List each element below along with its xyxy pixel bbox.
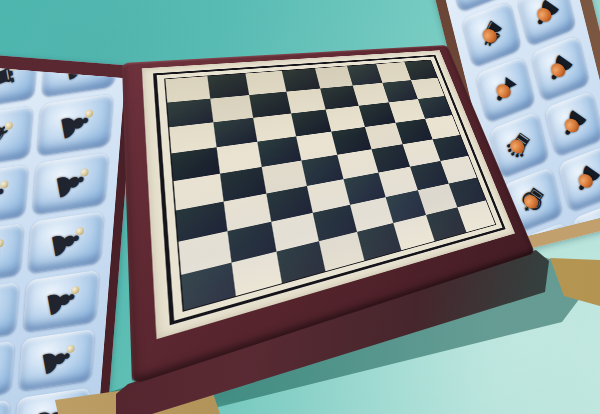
piece-pocket: ♝ (0, 164, 29, 227)
piece-pocket: ♜ (0, 52, 38, 109)
piece-pocket: ♝ (0, 341, 15, 404)
left-drawer-pockets: ♜♟♞♟♝♟♛♟♚♟♝♟♞♟♜♟ (0, 52, 129, 414)
piece-pocket: ♟ (530, 35, 591, 102)
stored-chess-piece: ♟ (60, 52, 99, 87)
piece-pocket: ♟ (41, 52, 118, 97)
stored-chess-piece: ♜ (0, 57, 19, 99)
piece-pocket: ♟ (23, 270, 100, 333)
piece-pocket: ♞ (0, 399, 10, 414)
board-squares (165, 60, 495, 310)
ivory-detail (89, 52, 98, 60)
piece-pocket: ♟ (544, 90, 600, 157)
border-line-inner (164, 60, 496, 312)
stored-chess-piece: ♚ (0, 292, 1, 334)
piece-pocket: ♟ (37, 93, 114, 156)
copper-shield-detail (590, 226, 600, 245)
chess-set-photo: ♜♟♞♟♝♟♛♟♚♟♝♟♞♟♜♟ ♜♟♞♟♝♟♛♟♚♟♝♟♞♟♜♟ (0, 0, 600, 414)
board-square (167, 99, 213, 128)
board-square (347, 64, 383, 85)
left-piece-drawer: ♜♟♞♟♝♟♛♟♚♟♝♟♞♟♜♟ (0, 52, 135, 414)
piece-pocket: ♟ (27, 211, 104, 274)
piece-pocket: ♚ (0, 282, 20, 345)
piece-pocket: ♛ (0, 223, 24, 286)
board-square (417, 96, 452, 119)
piece-pocket: ♝ (475, 56, 536, 123)
piece-pocket: ♞ (0, 105, 34, 168)
piece-pocket: ♟ (557, 145, 600, 212)
piece-pocket: ♟ (32, 152, 109, 215)
piece-pocket: ♞ (461, 1, 522, 68)
stored-chess-piece: ♟ (582, 214, 600, 255)
piece-pocket: ♟ (18, 329, 95, 392)
